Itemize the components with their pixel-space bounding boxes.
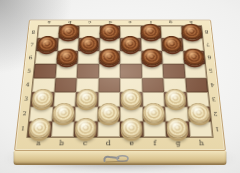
square-b8[interactable]: ⛂ (58, 26, 79, 38)
square-g7[interactable]: ⛂ (161, 38, 183, 51)
checker-piece-light-f2[interactable]: ⛀ (143, 103, 165, 123)
file-label-b: b (50, 137, 74, 149)
square-b5[interactable] (55, 64, 77, 78)
square-d2[interactable]: ⛀ (97, 106, 120, 121)
file-label-f: f (143, 137, 167, 149)
square-c3[interactable]: ⛀ (75, 92, 98, 107)
square-a5[interactable] (33, 64, 56, 78)
checker-piece-dark-f6[interactable]: ⛂ (141, 48, 162, 65)
square-b2[interactable]: ⛀ (52, 106, 76, 121)
file-label-e: e (120, 137, 143, 149)
rank-label-5: 5 (205, 64, 217, 78)
square-a7[interactable]: ⛂ (36, 38, 58, 51)
rank-label-8: 8 (201, 26, 212, 38)
rank-label-2: 2 (209, 106, 221, 121)
checker-piece-light-a3[interactable]: ⛀ (31, 89, 54, 108)
square-a6[interactable] (35, 51, 57, 64)
checker-piece-light-d2[interactable]: ⛀ (98, 103, 120, 123)
square-f1[interactable] (143, 121, 167, 137)
square-h8[interactable]: ⛂ (181, 26, 203, 38)
square-f2[interactable]: ⛀ (142, 106, 165, 121)
square-b4[interactable] (54, 78, 77, 92)
checker-piece-light-h2[interactable]: ⛀ (187, 103, 210, 123)
square-a3[interactable]: ⛀ (31, 92, 54, 107)
checker-piece-light-b2[interactable]: ⛀ (52, 103, 75, 123)
checker-piece-dark-d8[interactable]: ⛂ (100, 23, 120, 39)
checker-piece-light-e1[interactable]: ⛀ (120, 118, 142, 138)
square-h1[interactable] (188, 121, 212, 137)
checker-piece-dark-c7[interactable]: ⛂ (78, 36, 99, 53)
checker-piece-dark-a7[interactable]: ⛂ (36, 36, 57, 53)
square-g5[interactable] (163, 64, 185, 78)
square-f8[interactable]: ⛂ (140, 26, 161, 38)
checkers-board: abcdefgh abcdefgh 87654321 87654321 ⛂⛂⛂⛂… (14, 20, 226, 151)
square-b6[interactable]: ⛂ (56, 51, 78, 64)
rank-label-6: 6 (204, 51, 215, 64)
checker-piece-light-c1[interactable]: ⛀ (74, 118, 97, 138)
square-e7[interactable]: ⛂ (120, 38, 141, 51)
file-label-d: d (97, 137, 120, 149)
checker-piece-dark-g7[interactable]: ⛂ (162, 36, 183, 53)
square-d6[interactable]: ⛂ (99, 51, 120, 64)
square-c6[interactable] (77, 51, 99, 64)
clasp-icon (102, 152, 132, 164)
square-d1[interactable] (97, 121, 120, 137)
board-grid: ⛂⛂⛂⛂⛂⛂⛂⛂⛂⛂⛂⛂⛀⛀⛀⛀⛀⛀⛀⛀⛀⛀⛀⛀ (27, 26, 212, 137)
checker-piece-dark-d6[interactable]: ⛂ (99, 48, 119, 65)
checker-piece-dark-b6[interactable]: ⛂ (56, 48, 77, 65)
square-h4[interactable] (185, 78, 208, 92)
square-f5[interactable] (141, 64, 163, 78)
square-c7[interactable]: ⛂ (78, 38, 99, 51)
checker-piece-light-a1[interactable]: ⛀ (28, 118, 52, 138)
square-d5[interactable] (98, 64, 120, 78)
square-h6[interactable]: ⛂ (183, 51, 205, 64)
square-d8[interactable]: ⛂ (99, 26, 120, 38)
file-label-c: c (73, 137, 97, 149)
square-f4[interactable] (142, 78, 164, 92)
checker-piece-dark-b8[interactable]: ⛂ (58, 23, 79, 39)
file-label-g: g (166, 137, 190, 149)
board-frame: abcdefgh abcdefgh 87654321 87654321 ⛂⛂⛂⛂… (14, 20, 226, 151)
rank-label-4: 4 (207, 78, 219, 92)
square-c5[interactable] (77, 64, 99, 78)
checker-piece-dark-h6[interactable]: ⛂ (183, 48, 205, 65)
file-label-a: a (26, 137, 50, 149)
file-label-h: h (189, 137, 213, 149)
square-h2[interactable]: ⛀ (187, 106, 211, 121)
checker-piece-light-c3[interactable]: ⛀ (76, 89, 98, 108)
checker-piece-dark-h8[interactable]: ⛂ (181, 23, 202, 39)
checker-piece-dark-e7[interactable]: ⛂ (120, 36, 140, 53)
square-c1[interactable]: ⛀ (74, 121, 98, 137)
rank-label-1: 1 (211, 121, 223, 137)
checker-piece-light-e3[interactable]: ⛀ (120, 89, 142, 108)
rank-label-3: 3 (208, 92, 220, 107)
file-labels-bottom: abcdefgh (26, 137, 214, 149)
square-e3[interactable]: ⛀ (120, 92, 142, 107)
square-h5[interactable] (184, 64, 207, 78)
square-f6[interactable]: ⛂ (141, 51, 163, 64)
square-a1[interactable]: ⛀ (27, 121, 51, 137)
square-e6[interactable] (120, 51, 141, 64)
square-b1[interactable] (51, 121, 75, 137)
checker-piece-light-g1[interactable]: ⛀ (166, 118, 189, 138)
rank-label-7: 7 (203, 38, 214, 51)
square-g1[interactable]: ⛀ (165, 121, 189, 137)
photo-background: abcdefgh abcdefgh 87654321 87654321 ⛂⛂⛂⛂… (0, 0, 240, 173)
square-g3[interactable]: ⛀ (164, 92, 187, 107)
board-front-edge (14, 150, 227, 165)
checker-piece-dark-f8[interactable]: ⛂ (141, 23, 161, 39)
square-e5[interactable] (120, 64, 142, 78)
square-g6[interactable] (162, 51, 184, 64)
square-e1[interactable]: ⛀ (120, 121, 143, 137)
square-d4[interactable] (98, 78, 120, 92)
checker-piece-light-g3[interactable]: ⛀ (164, 89, 186, 108)
